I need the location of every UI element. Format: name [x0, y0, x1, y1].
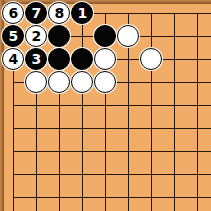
- move-number: 2: [31, 29, 41, 43]
- stone-white[interactable]: [94, 48, 116, 70]
- stone-black-move-5[interactable]: 5: [2, 25, 24, 47]
- stone-white[interactable]: [71, 71, 93, 93]
- grid-line-horizontal: [13, 151, 211, 152]
- grid-line-vertical: [151, 13, 152, 211]
- grid-line-horizontal: [13, 174, 211, 175]
- move-number: 3: [31, 52, 41, 66]
- move-number: 1: [77, 6, 87, 20]
- grid-line-vertical: [197, 13, 198, 211]
- stone-white[interactable]: [48, 71, 70, 93]
- stone-black[interactable]: [94, 25, 116, 47]
- grid-line-horizontal: [13, 105, 211, 106]
- go-board[interactable]: 67815243: [0, 0, 211, 211]
- move-number: 6: [8, 6, 18, 20]
- stone-white[interactable]: [94, 71, 116, 93]
- grid-line-vertical: [82, 13, 83, 211]
- stone-black[interactable]: [48, 48, 70, 70]
- stone-white-move-6[interactable]: 6: [2, 2, 24, 24]
- stone-white-move-2[interactable]: 2: [25, 25, 47, 47]
- move-number: 8: [54, 6, 64, 20]
- stone-black-move-1[interactable]: 1: [71, 2, 93, 24]
- stone-black[interactable]: [48, 25, 70, 47]
- stone-black[interactable]: [71, 48, 93, 70]
- stone-white-move-8[interactable]: 8: [48, 2, 70, 24]
- grid-line-horizontal: [13, 128, 211, 129]
- move-number: 4: [8, 52, 18, 66]
- stone-white[interactable]: [25, 71, 47, 93]
- grid-line-horizontal: [13, 197, 211, 198]
- move-number: 5: [8, 29, 18, 43]
- stone-white[interactable]: [140, 48, 162, 70]
- grid-line-vertical: [174, 13, 175, 211]
- stone-black-move-7[interactable]: 7: [25, 2, 47, 24]
- stone-white-move-4[interactable]: 4: [2, 48, 24, 70]
- stone-black-move-3[interactable]: 3: [25, 48, 47, 70]
- stone-white[interactable]: [117, 25, 139, 47]
- move-number: 7: [31, 6, 41, 20]
